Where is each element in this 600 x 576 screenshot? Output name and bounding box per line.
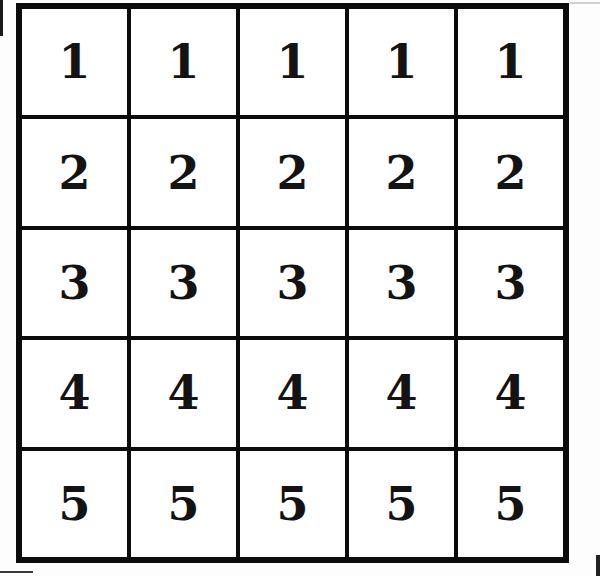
scan-artifact-bottom-right bbox=[596, 555, 600, 576]
scan-artifact-top-right bbox=[570, 2, 600, 4]
grid-cell-r4c5: 4 bbox=[458, 340, 563, 446]
scan-artifact-top-left bbox=[0, 0, 3, 36]
grid-cell-r3c1: 3 bbox=[22, 230, 127, 336]
number-grid-board: 1111122222333334444455555 bbox=[16, 3, 569, 563]
grid-cell-r5c2: 5 bbox=[131, 451, 236, 557]
grid-cell-r4c1: 4 bbox=[22, 340, 127, 446]
grid-cell-r2c2: 2 bbox=[131, 119, 236, 225]
grid-cell-r5c5: 5 bbox=[458, 451, 563, 557]
grid-cell-r2c5: 2 bbox=[458, 119, 563, 225]
grid-cell-r4c4: 4 bbox=[349, 340, 454, 446]
grid-cell-r4c3: 4 bbox=[240, 340, 345, 446]
grid-cell-r1c3: 1 bbox=[240, 9, 345, 115]
grid-cell-r3c5: 3 bbox=[458, 230, 563, 336]
grid-cell-r3c3: 3 bbox=[240, 230, 345, 336]
grid-cell-r2c3: 2 bbox=[240, 119, 345, 225]
scan-artifact-bottom-left bbox=[0, 571, 33, 573]
grid-cell-r5c1: 5 bbox=[22, 451, 127, 557]
grid-cell-r3c4: 3 bbox=[349, 230, 454, 336]
grid-cell-r1c1: 1 bbox=[22, 9, 127, 115]
grid-cell-r1c4: 1 bbox=[349, 9, 454, 115]
grid-cell-r3c2: 3 bbox=[131, 230, 236, 336]
grid-cell-r2c1: 2 bbox=[22, 119, 127, 225]
grid-cell-r5c4: 5 bbox=[349, 451, 454, 557]
grid-cell-r2c4: 2 bbox=[349, 119, 454, 225]
grid-cell-r1c5: 1 bbox=[458, 9, 563, 115]
grid-cell-r5c3: 5 bbox=[240, 451, 345, 557]
worksheet-scan: 1111122222333334444455555 bbox=[0, 0, 600, 576]
grid-cell-r1c2: 1 bbox=[131, 9, 236, 115]
grid-cell-r4c2: 4 bbox=[131, 340, 236, 446]
